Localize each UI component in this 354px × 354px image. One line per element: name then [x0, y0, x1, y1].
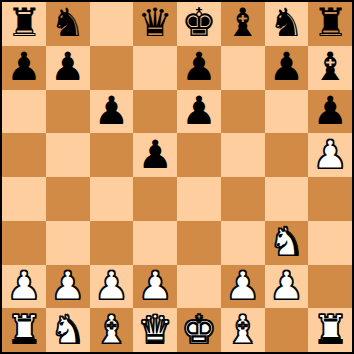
square-d5[interactable]: ♟ [133, 133, 177, 177]
square-f1[interactable]: ♝ [221, 308, 265, 352]
square-h7[interactable]: ♝ [308, 46, 352, 90]
square-b7[interactable]: ♟ [46, 46, 90, 90]
square-c6[interactable]: ♟ [90, 90, 134, 134]
square-d2[interactable]: ♟ [133, 265, 177, 309]
square-e7[interactable]: ♟ [177, 46, 221, 90]
square-b2[interactable]: ♟ [46, 265, 90, 309]
piece-black-pawn: ♟ [269, 47, 304, 86]
square-h3[interactable] [308, 221, 352, 265]
square-e6[interactable]: ♟ [177, 90, 221, 134]
square-a8[interactable]: ♜ [2, 2, 46, 46]
square-a3[interactable] [2, 221, 46, 265]
square-a1[interactable]: ♜ [2, 308, 46, 352]
square-h5[interactable]: ♟ [308, 133, 352, 177]
square-g8[interactable]: ♞ [265, 2, 309, 46]
piece-black-knight: ♞ [50, 3, 85, 42]
piece-black-pawn: ♟ [94, 91, 129, 130]
square-h1[interactable]: ♜ [308, 308, 352, 352]
square-c3[interactable] [90, 221, 134, 265]
square-d8[interactable]: ♛ [133, 2, 177, 46]
square-g2[interactable]: ♟ [265, 265, 309, 309]
piece-white-pawn: ♟ [6, 266, 41, 305]
piece-black-pawn: ♟ [50, 47, 85, 86]
square-c7[interactable] [90, 46, 134, 90]
piece-white-bishop: ♝ [225, 310, 260, 349]
square-e3[interactable] [177, 221, 221, 265]
square-h2[interactable] [308, 265, 352, 309]
square-f2[interactable]: ♟ [221, 265, 265, 309]
square-f8[interactable]: ♝ [221, 2, 265, 46]
square-c4[interactable] [90, 177, 134, 221]
piece-white-pawn: ♟ [225, 266, 260, 305]
square-a6[interactable] [2, 90, 46, 134]
square-f6[interactable] [221, 90, 265, 134]
square-g3[interactable]: ♞ [265, 221, 309, 265]
square-e8[interactable]: ♚ [177, 2, 221, 46]
piece-white-king: ♚ [181, 310, 216, 349]
square-h6[interactable]: ♟ [308, 90, 352, 134]
piece-white-rook: ♜ [313, 310, 348, 349]
piece-black-rook: ♜ [313, 3, 348, 42]
chess-board: ♜♞♛♚♝♞♜♟♟♟♟♝♟♟♟♟♟♞♟♟♟♟♟♟♜♞♝♛♚♝♜ [0, 0, 354, 354]
square-f7[interactable] [221, 46, 265, 90]
square-d7[interactable] [133, 46, 177, 90]
piece-black-queen: ♛ [138, 3, 173, 42]
piece-white-pawn: ♟ [313, 135, 348, 174]
piece-black-king: ♚ [181, 3, 216, 42]
square-g1[interactable] [265, 308, 309, 352]
square-b5[interactable] [46, 133, 90, 177]
square-d3[interactable] [133, 221, 177, 265]
piece-black-pawn: ♟ [6, 47, 41, 86]
square-g5[interactable] [265, 133, 309, 177]
square-a5[interactable] [2, 133, 46, 177]
piece-black-pawn: ♟ [313, 91, 348, 130]
piece-black-bishop: ♝ [225, 3, 260, 42]
square-f3[interactable] [221, 221, 265, 265]
square-b4[interactable] [46, 177, 90, 221]
piece-black-rook: ♜ [6, 3, 41, 42]
square-e4[interactable] [177, 177, 221, 221]
piece-white-pawn: ♟ [269, 266, 304, 305]
square-a4[interactable] [2, 177, 46, 221]
piece-white-pawn: ♟ [138, 266, 173, 305]
square-f5[interactable] [221, 133, 265, 177]
square-b8[interactable]: ♞ [46, 2, 90, 46]
square-b1[interactable]: ♞ [46, 308, 90, 352]
piece-white-pawn: ♟ [50, 266, 85, 305]
square-d1[interactable]: ♛ [133, 308, 177, 352]
piece-black-pawn: ♟ [181, 91, 216, 130]
square-d4[interactable] [133, 177, 177, 221]
square-e2[interactable] [177, 265, 221, 309]
piece-white-knight: ♞ [269, 222, 304, 261]
square-g6[interactable] [265, 90, 309, 134]
square-e5[interactable] [177, 133, 221, 177]
square-b6[interactable] [46, 90, 90, 134]
square-c8[interactable] [90, 2, 134, 46]
square-h8[interactable]: ♜ [308, 2, 352, 46]
square-c5[interactable] [90, 133, 134, 177]
piece-white-bishop: ♝ [94, 310, 129, 349]
square-e1[interactable]: ♚ [177, 308, 221, 352]
square-g4[interactable] [265, 177, 309, 221]
square-g7[interactable]: ♟ [265, 46, 309, 90]
piece-white-rook: ♜ [6, 310, 41, 349]
piece-black-knight: ♞ [269, 3, 304, 42]
square-c2[interactable]: ♟ [90, 265, 134, 309]
square-c1[interactable]: ♝ [90, 308, 134, 352]
piece-black-bishop: ♝ [313, 47, 348, 86]
piece-white-pawn: ♟ [94, 266, 129, 305]
square-h4[interactable] [308, 177, 352, 221]
square-a7[interactable]: ♟ [2, 46, 46, 90]
square-f4[interactable] [221, 177, 265, 221]
square-d6[interactable] [133, 90, 177, 134]
square-a2[interactable]: ♟ [2, 265, 46, 309]
piece-black-pawn: ♟ [181, 47, 216, 86]
square-b3[interactable] [46, 221, 90, 265]
piece-black-pawn: ♟ [138, 135, 173, 174]
piece-white-knight: ♞ [50, 310, 85, 349]
piece-white-queen: ♛ [138, 310, 173, 349]
